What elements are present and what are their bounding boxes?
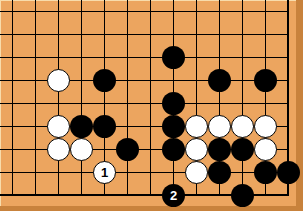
black-stone — [162, 92, 185, 115]
black-stone — [231, 184, 254, 207]
grid-line-horizontal — [0, 80, 289, 81]
black-stone — [162, 46, 185, 69]
black-stone-move-2: 2 — [162, 184, 185, 207]
black-stone — [70, 115, 93, 138]
white-stone — [185, 161, 208, 184]
white-stone — [231, 115, 254, 138]
grid-line-horizontal — [0, 57, 289, 58]
black-stone — [208, 161, 231, 184]
black-stone — [208, 69, 231, 92]
grid-line-vertical — [35, 0, 36, 196]
grid-line-horizontal — [0, 11, 289, 12]
black-stone — [93, 69, 116, 92]
white-stone — [47, 115, 70, 138]
white-stone — [47, 138, 70, 161]
black-stone — [231, 138, 254, 161]
white-stone — [208, 115, 231, 138]
grid-line-vertical — [127, 0, 128, 196]
grid-line-vertical — [242, 0, 243, 196]
grid-line-horizontal — [0, 103, 289, 104]
go-board-diagram: 12 — [0, 0, 303, 211]
black-stone — [116, 138, 139, 161]
white-stone — [254, 115, 277, 138]
frame-shadow-bottom — [0, 206, 303, 211]
white-stone — [185, 115, 208, 138]
white-stone — [70, 138, 93, 161]
black-stone — [93, 115, 116, 138]
grid-line-horizontal — [0, 172, 289, 173]
black-stone — [208, 138, 231, 161]
go-board: 12 — [0, 0, 303, 211]
grid-line-vertical — [58, 0, 59, 196]
white-stone — [47, 69, 70, 92]
white-stone-move-1: 1 — [93, 161, 116, 184]
black-stone — [254, 69, 277, 92]
black-stone — [162, 138, 185, 161]
white-stone — [254, 138, 277, 161]
black-stone — [277, 161, 300, 184]
black-stone — [162, 115, 185, 138]
grid-line-vertical — [12, 0, 13, 196]
grid-line-vertical — [81, 0, 82, 196]
black-stone — [254, 161, 277, 184]
grid-line-vertical — [150, 0, 151, 196]
white-stone — [185, 138, 208, 161]
grid-line-horizontal — [0, 34, 289, 35]
